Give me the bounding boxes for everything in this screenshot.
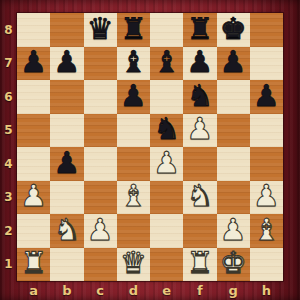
square-d3[interactable]: ♝ xyxy=(117,181,150,215)
square-b7[interactable]: ♟ xyxy=(50,47,83,81)
piece-white-pawn-c2[interactable]: ♟ xyxy=(87,215,114,245)
piece-black-rook-f8[interactable]: ♜ xyxy=(186,14,213,44)
square-h4[interactable] xyxy=(250,147,283,181)
square-a4[interactable] xyxy=(17,147,50,181)
square-a7[interactable]: ♟ xyxy=(17,47,50,81)
piece-white-knight-b2[interactable]: ♞ xyxy=(53,215,80,245)
square-e4[interactable]: ♟ xyxy=(150,147,183,181)
square-c1[interactable] xyxy=(84,248,117,282)
square-g4[interactable] xyxy=(217,147,250,181)
file-label-c: c xyxy=(84,281,117,300)
square-d1[interactable]: ♛ xyxy=(117,248,150,282)
square-h7[interactable] xyxy=(250,47,283,81)
piece-black-pawn-d6[interactable]: ♟ xyxy=(120,81,147,111)
file-label-d: d xyxy=(117,281,150,300)
piece-black-king-g8[interactable]: ♚ xyxy=(220,14,247,44)
square-e1[interactable] xyxy=(150,248,183,282)
rank-label-5: 5 xyxy=(0,114,17,148)
piece-white-pawn-g2[interactable]: ♟ xyxy=(220,215,247,245)
square-b8[interactable] xyxy=(50,13,83,47)
square-e2[interactable] xyxy=(150,214,183,248)
piece-white-pawn-e4[interactable]: ♟ xyxy=(153,148,180,178)
square-f2[interactable] xyxy=(183,214,216,248)
square-g5[interactable] xyxy=(217,114,250,148)
piece-white-rook-f1[interactable]: ♜ xyxy=(186,248,213,278)
square-e3[interactable] xyxy=(150,181,183,215)
file-label-h: h xyxy=(250,281,283,300)
piece-black-bishop-d7[interactable]: ♝ xyxy=(120,47,147,77)
square-g8[interactable]: ♚ xyxy=(217,13,250,47)
square-g2[interactable]: ♟ xyxy=(217,214,250,248)
square-a6[interactable] xyxy=(17,80,50,114)
square-f7[interactable]: ♟ xyxy=(183,47,216,81)
square-d7[interactable]: ♝ xyxy=(117,47,150,81)
chess-board-diagram: ♛♜♜♚♟♟♝♝♟♟♟♞♟♞♟♟♟♟♝♞♟♞♟♟♝♜♛♜♚ 87654321 a… xyxy=(0,0,300,300)
square-c5[interactable] xyxy=(84,114,117,148)
square-f5[interactable]: ♟ xyxy=(183,114,216,148)
square-b4[interactable]: ♟ xyxy=(50,147,83,181)
file-label-f: f xyxy=(183,281,216,300)
piece-black-pawn-b4[interactable]: ♟ xyxy=(53,148,80,178)
rank-labels: 87654321 xyxy=(0,13,17,281)
piece-black-rook-d8[interactable]: ♜ xyxy=(120,14,147,44)
piece-black-pawn-g7[interactable]: ♟ xyxy=(220,47,247,77)
rank-label-3: 3 xyxy=(0,181,17,215)
square-d5[interactable] xyxy=(117,114,150,148)
square-e5[interactable]: ♞ xyxy=(150,114,183,148)
piece-black-knight-e5[interactable]: ♞ xyxy=(153,114,180,144)
piece-black-queen-c8[interactable]: ♛ xyxy=(87,14,114,44)
chess-board: ♛♜♜♚♟♟♝♝♟♟♟♞♟♞♟♟♟♟♝♞♟♞♟♟♝♜♛♜♚ xyxy=(17,13,283,281)
file-label-e: e xyxy=(150,281,183,300)
square-f8[interactable]: ♜ xyxy=(183,13,216,47)
square-f3[interactable]: ♞ xyxy=(183,181,216,215)
square-b6[interactable] xyxy=(50,80,83,114)
square-c8[interactable]: ♛ xyxy=(84,13,117,47)
square-c3[interactable] xyxy=(84,181,117,215)
square-b1[interactable] xyxy=(50,248,83,282)
square-g6[interactable] xyxy=(217,80,250,114)
piece-white-bishop-d3[interactable]: ♝ xyxy=(120,181,147,211)
square-f1[interactable]: ♜ xyxy=(183,248,216,282)
square-f6[interactable]: ♞ xyxy=(183,80,216,114)
square-e8[interactable] xyxy=(150,13,183,47)
piece-black-bishop-e7[interactable]: ♝ xyxy=(153,47,180,77)
square-a3[interactable]: ♟ xyxy=(17,181,50,215)
square-d8[interactable]: ♜ xyxy=(117,13,150,47)
square-d4[interactable] xyxy=(117,147,150,181)
square-c6[interactable] xyxy=(84,80,117,114)
file-label-a: a xyxy=(17,281,50,300)
square-d2[interactable] xyxy=(117,214,150,248)
rank-label-1: 1 xyxy=(0,248,17,282)
square-h2[interactable]: ♝ xyxy=(250,214,283,248)
square-g3[interactable] xyxy=(217,181,250,215)
file-labels: abcdefgh xyxy=(17,281,283,300)
square-b5[interactable] xyxy=(50,114,83,148)
piece-white-pawn-f5[interactable]: ♟ xyxy=(186,114,213,144)
rank-label-8: 8 xyxy=(0,13,17,47)
square-a8[interactable] xyxy=(17,13,50,47)
square-c7[interactable] xyxy=(84,47,117,81)
rank-label-6: 6 xyxy=(0,80,17,114)
square-d6[interactable]: ♟ xyxy=(117,80,150,114)
piece-white-queen-d1[interactable]: ♛ xyxy=(120,248,147,278)
rank-label-4: 4 xyxy=(0,147,17,181)
square-f4[interactable] xyxy=(183,147,216,181)
piece-white-pawn-h3[interactable]: ♟ xyxy=(253,181,280,211)
square-e6[interactable] xyxy=(150,80,183,114)
piece-black-pawn-f7[interactable]: ♟ xyxy=(186,47,213,77)
piece-black-pawn-a7[interactable]: ♟ xyxy=(20,47,47,77)
square-h8[interactable] xyxy=(250,13,283,47)
square-h5[interactable] xyxy=(250,114,283,148)
rank-label-7: 7 xyxy=(0,47,17,81)
square-g7[interactable]: ♟ xyxy=(217,47,250,81)
square-c4[interactable] xyxy=(84,147,117,181)
square-b3[interactable] xyxy=(50,181,83,215)
piece-white-knight-f3[interactable]: ♞ xyxy=(186,181,213,211)
square-e7[interactable]: ♝ xyxy=(150,47,183,81)
piece-white-rook-a1[interactable]: ♜ xyxy=(20,248,47,278)
square-a1[interactable]: ♜ xyxy=(17,248,50,282)
square-a2[interactable] xyxy=(17,214,50,248)
square-b2[interactable]: ♞ xyxy=(50,214,83,248)
square-h3[interactable]: ♟ xyxy=(250,181,283,215)
square-h6[interactable]: ♟ xyxy=(250,80,283,114)
piece-white-bishop-h2[interactable]: ♝ xyxy=(253,215,280,245)
piece-black-pawn-h6[interactable]: ♟ xyxy=(253,81,280,111)
square-g1[interactable]: ♚ xyxy=(217,248,250,282)
piece-white-pawn-a3[interactable]: ♟ xyxy=(20,181,47,211)
piece-black-pawn-b7[interactable]: ♟ xyxy=(53,47,80,77)
file-label-g: g xyxy=(217,281,250,300)
square-a5[interactable] xyxy=(17,114,50,148)
piece-black-knight-f6[interactable]: ♞ xyxy=(186,81,213,111)
rank-label-2: 2 xyxy=(0,214,17,248)
square-h1[interactable] xyxy=(250,248,283,282)
piece-white-king-g1[interactable]: ♚ xyxy=(220,248,247,278)
square-c2[interactable]: ♟ xyxy=(84,214,117,248)
file-label-b: b xyxy=(50,281,83,300)
